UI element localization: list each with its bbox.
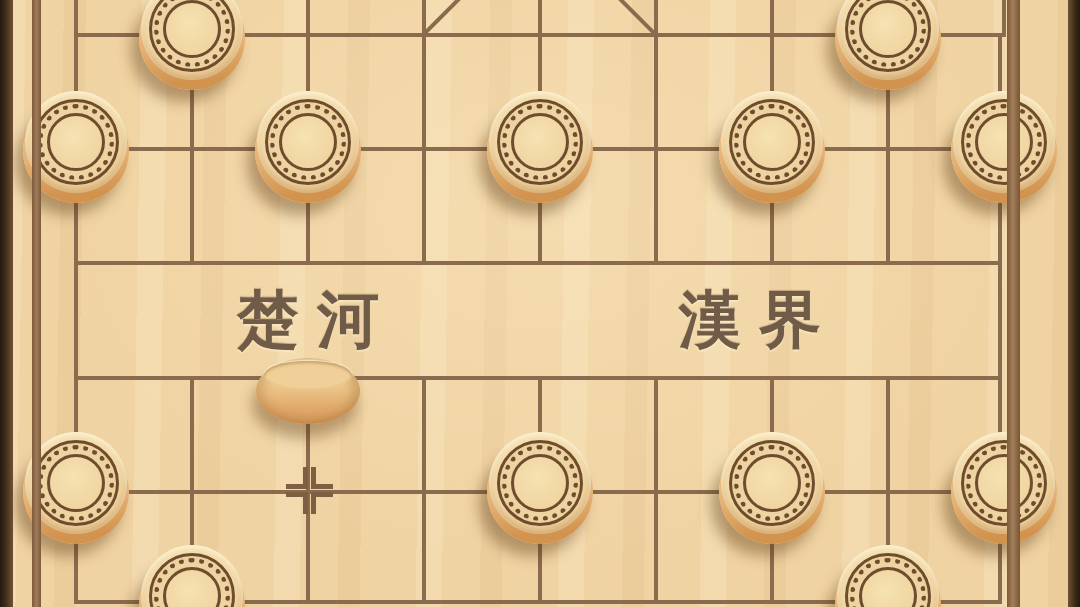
piece-ring-scroll-pattern	[850, 558, 926, 607]
hidden-piece[interactable]	[833, 0, 943, 92]
hidden-piece[interactable]	[137, 545, 247, 607]
marker-corner	[311, 467, 333, 489]
grid-line-stub	[538, 0, 542, 37]
piece-ring-outer	[845, 0, 931, 72]
hidden-piece[interactable]	[717, 432, 827, 546]
piece-ring-scroll-pattern	[270, 104, 346, 180]
grid-cell	[886, 261, 1002, 375]
piece-ring-scroll-pattern	[38, 445, 114, 521]
piece-ring-scroll-pattern	[966, 104, 1042, 180]
marker-corner	[286, 492, 308, 514]
hidden-piece[interactable]	[717, 91, 827, 205]
board-frame-line-left	[32, 0, 41, 607]
piece-ring-scroll-pattern	[850, 0, 926, 67]
piece-ring-scroll-pattern	[38, 104, 114, 180]
hidden-piece[interactable]	[833, 545, 943, 607]
piece-face	[953, 432, 1055, 534]
piece-ring-outer	[729, 440, 815, 526]
grid-line-stub	[74, 0, 78, 37]
piece-ring-inner	[163, 0, 221, 58]
piece-ring-outer	[33, 440, 119, 526]
piece-ring-outer	[149, 553, 235, 607]
piece-ring-inner	[743, 113, 801, 171]
river-label-chu: 楚河	[237, 282, 397, 358]
grid-line-stub	[1002, 0, 1006, 37]
piece-ring-inner	[975, 454, 1033, 512]
river-label-han: 漢界	[679, 282, 839, 358]
hidden-piece[interactable]	[949, 91, 1059, 205]
piece-ring-outer	[33, 99, 119, 185]
xiangqi-board-surface[interactable]: 楚河 漢界	[0, 0, 1080, 607]
piece-ring-outer	[729, 99, 815, 185]
piece-ring-scroll-pattern	[154, 558, 230, 607]
palace-diagonal-right	[617, 0, 658, 38]
piece-ring-outer	[845, 553, 931, 607]
hidden-piece[interactable]	[949, 432, 1059, 546]
grid-cell	[422, 261, 538, 375]
piece-face	[257, 91, 359, 193]
grid-cell	[74, 261, 190, 375]
marker-corner	[311, 492, 333, 514]
piece-face	[489, 432, 591, 534]
piece-top-face	[264, 361, 352, 389]
piece-ring-scroll-pattern	[734, 104, 810, 180]
piece-face	[721, 91, 823, 193]
hidden-piece[interactable]	[137, 0, 247, 92]
grid-cell	[538, 261, 654, 375]
hidden-piece[interactable]	[253, 91, 363, 205]
palace-diagonal-left	[420, 0, 461, 38]
piece-face	[141, 545, 243, 607]
piece-face	[953, 91, 1055, 193]
piece-ring-outer	[497, 99, 583, 185]
piece-ring-outer	[961, 99, 1047, 185]
piece-ring-scroll-pattern	[502, 445, 578, 521]
piece-ring-scroll-pattern	[154, 0, 230, 67]
piece-ring-scroll-pattern	[502, 104, 578, 180]
piece-ring-outer	[497, 440, 583, 526]
table-edge-right	[1068, 0, 1080, 607]
marker-corner	[286, 467, 308, 489]
table-edge-left	[0, 0, 13, 607]
piece-ring-inner	[511, 113, 569, 171]
piece-ring-inner	[47, 113, 105, 171]
hidden-piece[interactable]	[485, 91, 595, 205]
piece-ring-outer	[149, 0, 235, 72]
grid-line-stub	[306, 0, 310, 37]
piece-ring-inner	[859, 567, 917, 607]
piece-ring-inner	[859, 0, 917, 58]
piece-face	[721, 432, 823, 534]
piece-ring-inner	[511, 454, 569, 512]
piece-ring-scroll-pattern	[966, 445, 1042, 521]
piece-ring-outer	[961, 440, 1047, 526]
grid-line-stub	[770, 0, 774, 37]
hidden-piece[interactable]	[485, 432, 595, 546]
move-origin-marker	[282, 463, 334, 515]
piece-ring-inner	[47, 454, 105, 512]
lifted-piece[interactable]	[256, 358, 360, 424]
piece-ring-scroll-pattern	[734, 445, 810, 521]
piece-face	[837, 545, 939, 607]
piece-ring-inner	[279, 113, 337, 171]
piece-face	[489, 91, 591, 193]
board-frame-line-right	[1007, 0, 1020, 607]
piece-ring-outer	[265, 99, 351, 185]
piece-ring-inner	[163, 567, 221, 607]
piece-ring-inner	[743, 454, 801, 512]
piece-ring-inner	[975, 113, 1033, 171]
